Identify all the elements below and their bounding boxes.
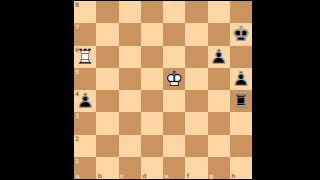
square-h6[interactable] [230,46,252,68]
piece-black-pawn[interactable]: ♟♙ [208,46,230,68]
square-f1[interactable]: f [185,157,207,179]
square-h5[interactable]: ♟♙ [230,68,252,90]
piece-black-pawn[interactable]: ♟♙ [74,90,96,112]
square-d3[interactable] [141,112,163,134]
square-b5[interactable] [96,68,118,90]
file-label-g: g [209,173,213,179]
square-a5[interactable]: 5 [74,68,96,90]
square-c8[interactable] [119,1,141,23]
square-f7[interactable] [185,23,207,45]
square-b4[interactable] [96,90,118,112]
piece-white-rook[interactable]: ♜♖ [74,46,96,68]
square-h1[interactable]: h [230,157,252,179]
square-f6[interactable] [185,46,207,68]
square-c2[interactable] [119,135,141,157]
square-c1[interactable]: c [119,157,141,179]
square-a1[interactable]: 1a [74,157,96,179]
square-b1[interactable]: b [96,157,118,179]
square-g4[interactable] [208,90,230,112]
square-h4[interactable]: ♜♖ [230,90,252,112]
piece-black-king[interactable]: ♚♔ [230,23,252,45]
piece-white-king[interactable]: ♚♔ [163,68,185,90]
square-e8[interactable] [163,1,185,23]
square-e3[interactable] [163,112,185,134]
square-b6[interactable] [96,46,118,68]
square-d7[interactable] [141,23,163,45]
square-g6[interactable]: ♟♙ [208,46,230,68]
square-b3[interactable] [96,112,118,134]
rank-label-3: 3 [75,113,79,119]
file-label-e: e [165,173,169,179]
piece-black-rook[interactable]: ♜♖ [230,90,252,112]
rank-label-8: 8 [75,2,79,8]
file-label-a: a [76,173,80,179]
square-c6[interactable] [119,46,141,68]
square-g8[interactable] [208,1,230,23]
square-e2[interactable] [163,135,185,157]
square-c3[interactable] [119,112,141,134]
square-g1[interactable]: g [208,157,230,179]
piece-black-pawn[interactable]: ♟♙ [230,68,252,90]
square-f5[interactable] [185,68,207,90]
letterbox-background: 87♚♔♜♖6♟♙5♚♔♟♙♟♙4♜♖321abcdefgh [0,0,320,180]
rank-label-1: 1 [75,158,79,164]
square-d6[interactable] [141,46,163,68]
square-e4[interactable] [163,90,185,112]
square-d8[interactable] [141,1,163,23]
rank-label-7: 7 [75,24,79,30]
file-label-f: f [187,173,190,179]
square-e6[interactable] [163,46,185,68]
square-g5[interactable] [208,68,230,90]
rank-label-5: 5 [75,69,79,75]
square-h7[interactable]: ♚♔ [230,23,252,45]
square-h8[interactable] [230,1,252,23]
file-label-c: c [120,173,124,179]
square-d4[interactable] [141,90,163,112]
square-e1[interactable]: e [163,157,185,179]
file-label-b: b [98,173,102,179]
file-label-d: d [142,173,146,179]
square-b2[interactable] [96,135,118,157]
square-c7[interactable] [119,23,141,45]
square-a4[interactable]: ♟♙4 [74,90,96,112]
rank-label-2: 2 [75,136,79,142]
square-e7[interactable] [163,23,185,45]
square-h2[interactable] [230,135,252,157]
square-e5[interactable]: ♚♔ [163,68,185,90]
square-g7[interactable] [208,23,230,45]
square-d5[interactable] [141,68,163,90]
square-f2[interactable] [185,135,207,157]
square-f8[interactable] [185,1,207,23]
square-g2[interactable] [208,135,230,157]
square-c5[interactable] [119,68,141,90]
square-g3[interactable] [208,112,230,134]
square-b7[interactable] [96,23,118,45]
square-h3[interactable] [230,112,252,134]
square-a7[interactable]: 7 [74,23,96,45]
square-a6[interactable]: ♜♖6 [74,46,96,68]
square-f3[interactable] [185,112,207,134]
square-f4[interactable] [185,90,207,112]
square-a3[interactable]: 3 [74,112,96,134]
file-label-h: h [231,173,235,179]
square-a2[interactable]: 2 [74,135,96,157]
square-d2[interactable] [141,135,163,157]
square-b8[interactable] [96,1,118,23]
square-c4[interactable] [119,90,141,112]
chess-board[interactable]: 87♚♔♜♖6♟♙5♚♔♟♙♟♙4♜♖321abcdefgh [74,1,252,179]
square-d1[interactable]: d [141,157,163,179]
square-a8[interactable]: 8 [74,1,96,23]
